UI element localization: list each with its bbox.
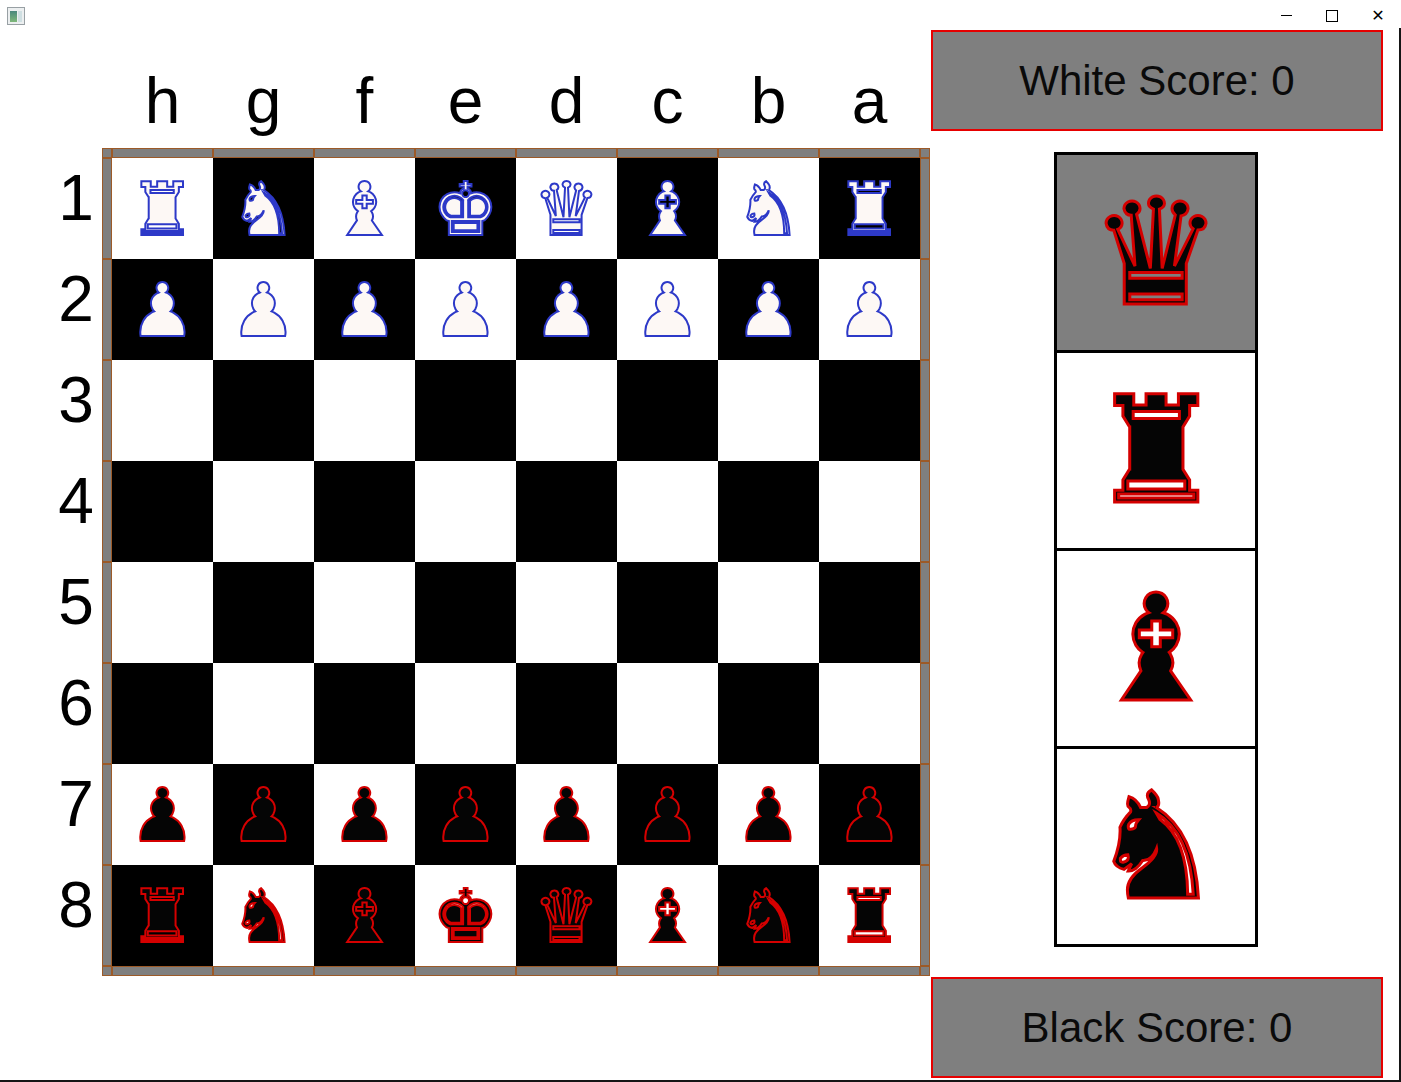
rank-label-5: 5: [52, 552, 100, 653]
black-score-panel: Black Score: 0: [931, 977, 1383, 1078]
app-icon-right-pane: [18, 11, 22, 22]
board-border-cell: [102, 966, 112, 976]
piece-black-knight: ♞: [735, 879, 801, 953]
square-f1[interactable]: ♝: [314, 158, 415, 259]
piece-black-queen: ♛: [1090, 179, 1223, 327]
piece-black-pawn: ♟: [230, 778, 296, 852]
square-d5[interactable]: [516, 562, 617, 663]
white-score-text: White Score: 0: [1019, 57, 1294, 105]
file-label-c: c: [617, 56, 718, 146]
square-g1[interactable]: ♞: [213, 158, 314, 259]
square-h6[interactable]: [112, 663, 213, 764]
file-label-h: h: [112, 56, 213, 146]
chess-board: ♜♞♝♚♛♝♞♜♟♟♟♟♟♟♟♟♟♟♟♟♟♟♟♟♜♞♝♚♛♝♞♜: [102, 148, 930, 976]
piece-black-rook: ♜: [129, 879, 195, 953]
board-border-cell: [920, 966, 930, 976]
square-a1[interactable]: ♜: [819, 158, 920, 259]
piece-white-pawn: ♟: [533, 273, 599, 347]
board-border-cell: [314, 148, 415, 158]
square-a3[interactable]: [819, 360, 920, 461]
piece-white-pawn: ♟: [230, 273, 296, 347]
square-e6[interactable]: [415, 663, 516, 764]
square-d2[interactable]: ♟: [516, 259, 617, 360]
title-bar: ✕: [0, 0, 1401, 32]
square-f6[interactable]: [314, 663, 415, 764]
app-window-icon: [7, 7, 25, 25]
tray-cell-queen[interactable]: ♛: [1054, 152, 1258, 353]
piece-white-knight: ♞: [230, 172, 296, 246]
square-h4[interactable]: [112, 461, 213, 562]
square-b1[interactable]: ♞: [718, 158, 819, 259]
promotion-tray: ♛♜♝♞: [1054, 152, 1258, 947]
square-b6[interactable]: [718, 663, 819, 764]
board-border-cell: [920, 158, 930, 259]
piece-black-pawn: ♟: [129, 778, 195, 852]
board-border-cell: [415, 966, 516, 976]
tray-cell-rook[interactable]: ♜: [1054, 350, 1258, 551]
maximize-icon: [1326, 10, 1338, 22]
square-d6[interactable]: [516, 663, 617, 764]
app-icon-left-pane: [10, 11, 17, 22]
square-f3[interactable]: [314, 360, 415, 461]
board-border-cell: [102, 663, 112, 764]
square-b8[interactable]: ♞: [718, 865, 819, 966]
square-c7[interactable]: ♟: [617, 764, 718, 865]
square-d4[interactable]: [516, 461, 617, 562]
maximize-button[interactable]: [1309, 0, 1355, 31]
piece-black-pawn: ♟: [533, 778, 599, 852]
rank-label-6: 6: [52, 653, 100, 754]
piece-white-pawn: ♟: [129, 273, 195, 347]
board-border-cell: [102, 764, 112, 865]
piece-black-bishop: ♝: [634, 879, 700, 953]
board-border-cell: [102, 158, 112, 259]
board-border-cell: [920, 865, 930, 966]
board-border-cell: [920, 663, 930, 764]
square-a5[interactable]: [819, 562, 920, 663]
square-e5[interactable]: [415, 562, 516, 663]
file-labels: hgfedcba: [112, 56, 920, 146]
square-g8[interactable]: ♞: [213, 865, 314, 966]
square-b3[interactable]: [718, 360, 819, 461]
piece-white-bishop: ♝: [331, 172, 397, 246]
piece-black-bishop: ♝: [331, 879, 397, 953]
square-c4[interactable]: [617, 461, 718, 562]
board-border-cell: [112, 148, 213, 158]
square-h1[interactable]: ♜: [112, 158, 213, 259]
square-f7[interactable]: ♟: [314, 764, 415, 865]
board-border-cell: [617, 966, 718, 976]
board-border-cell: [819, 966, 920, 976]
board-border-cell: [213, 148, 314, 158]
rank-label-4: 4: [52, 451, 100, 552]
minimize-button[interactable]: [1263, 0, 1309, 31]
square-c2[interactable]: ♟: [617, 259, 718, 360]
board-border-cell: [415, 148, 516, 158]
piece-white-king: ♚: [432, 172, 498, 246]
white-score-panel: White Score: 0: [931, 30, 1383, 131]
square-d3[interactable]: [516, 360, 617, 461]
file-label-f: f: [314, 56, 415, 146]
square-d1[interactable]: ♛: [516, 158, 617, 259]
piece-white-pawn: ♟: [836, 273, 902, 347]
square-e2[interactable]: ♟: [415, 259, 516, 360]
board-border-cell: [617, 148, 718, 158]
board-border-cell: [819, 148, 920, 158]
square-c5[interactable]: [617, 562, 718, 663]
square-h7[interactable]: ♟: [112, 764, 213, 865]
square-g5[interactable]: [213, 562, 314, 663]
board-border-cell: [112, 966, 213, 976]
rank-label-2: 2: [52, 249, 100, 350]
file-label-d: d: [516, 56, 617, 146]
square-d7[interactable]: ♟: [516, 764, 617, 865]
square-c6[interactable]: [617, 663, 718, 764]
board-border-cell: [213, 966, 314, 976]
piece-white-pawn: ♟: [634, 273, 700, 347]
piece-black-pawn: ♟: [331, 778, 397, 852]
piece-white-bishop: ♝: [634, 172, 700, 246]
piece-white-rook: ♜: [836, 172, 902, 246]
square-b4[interactable]: [718, 461, 819, 562]
black-score-text: Black Score: 0: [1022, 1004, 1293, 1052]
piece-black-rook: ♜: [1090, 377, 1223, 525]
square-a4[interactable]: [819, 461, 920, 562]
tray-cell-knight[interactable]: ♞: [1054, 746, 1258, 947]
square-e8[interactable]: ♚: [415, 865, 516, 966]
square-h5[interactable]: [112, 562, 213, 663]
square-g6[interactable]: [213, 663, 314, 764]
piece-black-knight: ♞: [230, 879, 296, 953]
rank-label-3: 3: [52, 350, 100, 451]
board-border-cell: [102, 562, 112, 663]
square-c8[interactable]: ♝: [617, 865, 718, 966]
board-border-cell: [920, 764, 930, 865]
piece-black-knight: ♞: [1090, 773, 1223, 921]
square-e4[interactable]: [415, 461, 516, 562]
piece-black-pawn: ♟: [836, 778, 902, 852]
piece-black-pawn: ♟: [634, 778, 700, 852]
square-d8[interactable]: ♛: [516, 865, 617, 966]
board-border-cell: [718, 966, 819, 976]
square-f4[interactable]: [314, 461, 415, 562]
board-border-cell: [920, 461, 930, 562]
square-b2[interactable]: ♟: [718, 259, 819, 360]
piece-black-queen: ♛: [533, 879, 599, 953]
file-label-b: b: [718, 56, 819, 146]
board-border-cell: [102, 865, 112, 966]
square-c3[interactable]: [617, 360, 718, 461]
piece-white-queen: ♛: [533, 172, 599, 246]
square-e3[interactable]: [415, 360, 516, 461]
rank-labels: 12345678: [52, 148, 100, 956]
rank-label-7: 7: [52, 754, 100, 855]
piece-black-bishop: ♝: [1090, 575, 1223, 723]
square-f8[interactable]: ♝: [314, 865, 415, 966]
piece-white-pawn: ♟: [735, 273, 801, 347]
square-h8[interactable]: ♜: [112, 865, 213, 966]
board-border-cell: [920, 562, 930, 663]
square-h3[interactable]: [112, 360, 213, 461]
piece-white-pawn: ♟: [432, 273, 498, 347]
board-border-cell: [102, 461, 112, 562]
rank-label-1: 1: [52, 148, 100, 249]
file-label-g: g: [213, 56, 314, 146]
square-f2[interactable]: ♟: [314, 259, 415, 360]
square-g2[interactable]: ♟: [213, 259, 314, 360]
piece-black-pawn: ♟: [735, 778, 801, 852]
piece-black-pawn: ♟: [432, 778, 498, 852]
square-a6[interactable]: [819, 663, 920, 764]
tray-cell-bishop[interactable]: ♝: [1054, 548, 1258, 749]
close-button[interactable]: ✕: [1355, 0, 1401, 31]
board-border-cell: [102, 360, 112, 461]
piece-white-pawn: ♟: [331, 273, 397, 347]
square-a7[interactable]: ♟: [819, 764, 920, 865]
piece-white-rook: ♜: [129, 172, 195, 246]
square-b5[interactable]: [718, 562, 819, 663]
square-a2[interactable]: ♟: [819, 259, 920, 360]
piece-black-king: ♚: [432, 879, 498, 953]
rank-label-8: 8: [52, 855, 100, 956]
square-h2[interactable]: ♟: [112, 259, 213, 360]
piece-black-rook: ♜: [836, 879, 902, 953]
square-e1[interactable]: ♚: [415, 158, 516, 259]
board-border-cell: [314, 966, 415, 976]
square-a8[interactable]: ♜: [819, 865, 920, 966]
board-border-cell: [718, 148, 819, 158]
square-e7[interactable]: ♟: [415, 764, 516, 865]
square-g4[interactable]: [213, 461, 314, 562]
square-g7[interactable]: ♟: [213, 764, 314, 865]
board-border-cell: [920, 360, 930, 461]
board-border-cell: [516, 148, 617, 158]
close-icon: ✕: [1371, 6, 1384, 25]
board-border-cell: [102, 148, 112, 158]
file-label-e: e: [415, 56, 516, 146]
square-f5[interactable]: [314, 562, 415, 663]
square-b7[interactable]: ♟: [718, 764, 819, 865]
square-g3[interactable]: [213, 360, 314, 461]
minimize-icon: [1281, 15, 1292, 16]
square-c1[interactable]: ♝: [617, 158, 718, 259]
piece-white-knight: ♞: [735, 172, 801, 246]
board-border-cell: [102, 259, 112, 360]
file-label-a: a: [819, 56, 920, 146]
board-border-cell: [920, 259, 930, 360]
board-border-cell: [920, 148, 930, 158]
board-border-cell: [516, 966, 617, 976]
